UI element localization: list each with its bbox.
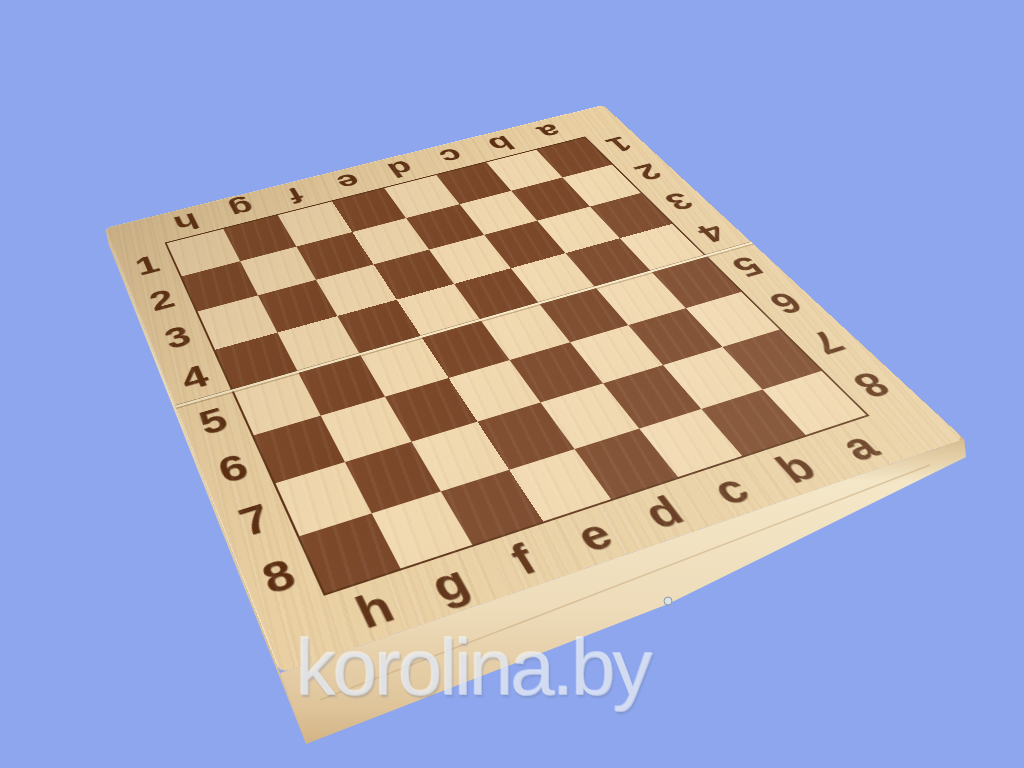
photo-background: 12345678 12345678 hgfedcba hgfedcba koro… [0,0,1024,768]
latch-screw [664,597,672,605]
